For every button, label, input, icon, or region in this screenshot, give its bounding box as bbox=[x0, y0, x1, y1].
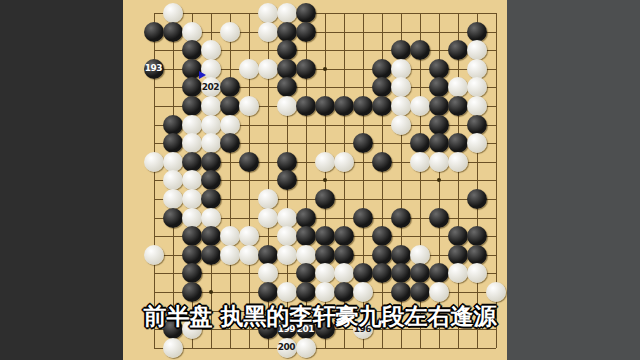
black-stone: 193 bbox=[144, 59, 164, 79]
white-stone bbox=[239, 59, 259, 79]
black-stone bbox=[182, 263, 202, 283]
white-stone bbox=[277, 245, 297, 265]
black-stone bbox=[163, 22, 183, 42]
black-stone bbox=[163, 208, 183, 228]
black-stone bbox=[201, 226, 221, 246]
black-stone bbox=[410, 133, 430, 153]
black-stone bbox=[163, 115, 183, 135]
white-stone bbox=[277, 96, 297, 116]
black-stone bbox=[353, 133, 373, 153]
black-stone bbox=[277, 22, 297, 42]
white-stone bbox=[182, 208, 202, 228]
white-stone bbox=[163, 152, 183, 172]
white-stone bbox=[296, 338, 316, 358]
white-stone bbox=[391, 115, 411, 135]
white-stone bbox=[201, 133, 221, 153]
white-stone bbox=[486, 282, 506, 302]
black-stone bbox=[315, 226, 335, 246]
black-stone bbox=[182, 245, 202, 265]
black-stone bbox=[467, 22, 487, 42]
black-stone bbox=[296, 22, 316, 42]
black-stone bbox=[429, 208, 449, 228]
black-stone bbox=[467, 245, 487, 265]
black-stone bbox=[467, 226, 487, 246]
white-stone bbox=[391, 96, 411, 116]
white-stone: 200 bbox=[277, 338, 297, 358]
white-stone bbox=[239, 96, 259, 116]
white-stone bbox=[277, 3, 297, 23]
white-stone bbox=[467, 263, 487, 283]
move-number-label: 202 bbox=[202, 83, 219, 92]
black-stone bbox=[334, 245, 354, 265]
black-stone bbox=[144, 22, 164, 42]
black-stone bbox=[448, 245, 468, 265]
black-stone bbox=[182, 226, 202, 246]
white-stone bbox=[467, 40, 487, 60]
white-stone bbox=[277, 282, 297, 302]
black-stone bbox=[220, 133, 240, 153]
white-stone bbox=[258, 263, 278, 283]
white-stone bbox=[315, 282, 335, 302]
grid-line-horizontal bbox=[154, 32, 496, 33]
black-stone bbox=[448, 226, 468, 246]
white-stone bbox=[201, 208, 221, 228]
black-stone bbox=[296, 3, 316, 23]
black-stone bbox=[239, 152, 259, 172]
black-stone bbox=[296, 96, 316, 116]
black-stone bbox=[296, 282, 316, 302]
black-stone bbox=[353, 208, 373, 228]
white-stone bbox=[182, 170, 202, 190]
black-stone bbox=[410, 282, 430, 302]
white-stone bbox=[182, 22, 202, 42]
black-stone bbox=[277, 170, 297, 190]
black-stone bbox=[315, 96, 335, 116]
white-stone bbox=[448, 77, 468, 97]
white-stone bbox=[144, 152, 164, 172]
white-stone bbox=[201, 96, 221, 116]
white-stone bbox=[429, 282, 449, 302]
black-stone bbox=[353, 96, 373, 116]
black-stone bbox=[372, 77, 392, 97]
black-stone bbox=[429, 115, 449, 135]
black-stone bbox=[372, 59, 392, 79]
star-point bbox=[437, 178, 441, 182]
black-stone bbox=[182, 152, 202, 172]
last-move-triangle-icon bbox=[199, 71, 206, 79]
white-stone bbox=[258, 208, 278, 228]
white-stone bbox=[334, 263, 354, 283]
black-stone bbox=[163, 133, 183, 153]
black-stone bbox=[467, 189, 487, 209]
white-stone bbox=[201, 40, 221, 60]
subtitle-caption: 前半盘 执黑的李轩豪九段左右逢源 bbox=[0, 301, 640, 332]
white-stone bbox=[201, 115, 221, 135]
white-stone bbox=[220, 22, 240, 42]
black-stone bbox=[334, 282, 354, 302]
white-stone bbox=[220, 115, 240, 135]
white-stone bbox=[163, 338, 183, 358]
black-stone bbox=[277, 59, 297, 79]
black-stone bbox=[372, 96, 392, 116]
black-stone bbox=[391, 245, 411, 265]
black-stone bbox=[315, 189, 335, 209]
black-stone bbox=[372, 245, 392, 265]
white-stone bbox=[410, 245, 430, 265]
black-stone bbox=[220, 77, 240, 97]
black-stone bbox=[391, 40, 411, 60]
white-stone bbox=[467, 96, 487, 116]
grid-line-horizontal bbox=[154, 348, 496, 349]
black-stone bbox=[277, 40, 297, 60]
star-point bbox=[323, 178, 327, 182]
white-stone bbox=[239, 226, 259, 246]
black-stone bbox=[315, 245, 335, 265]
black-stone bbox=[258, 282, 278, 302]
white-stone bbox=[163, 3, 183, 23]
black-stone bbox=[429, 133, 449, 153]
move-number-label: 200 bbox=[278, 343, 295, 352]
white-stone bbox=[163, 189, 183, 209]
star-point bbox=[209, 290, 213, 294]
white-stone bbox=[467, 77, 487, 97]
white-stone bbox=[220, 245, 240, 265]
black-stone bbox=[448, 96, 468, 116]
black-stone bbox=[182, 40, 202, 60]
white-stone bbox=[277, 208, 297, 228]
white-stone bbox=[258, 189, 278, 209]
black-stone bbox=[429, 59, 449, 79]
black-stone bbox=[296, 208, 316, 228]
black-stone bbox=[429, 77, 449, 97]
white-stone bbox=[258, 59, 278, 79]
black-stone bbox=[467, 115, 487, 135]
white-stone bbox=[410, 96, 430, 116]
white-stone bbox=[296, 245, 316, 265]
grid-line-horizontal bbox=[154, 13, 496, 14]
white-stone bbox=[258, 22, 278, 42]
black-stone bbox=[353, 263, 373, 283]
white-stone bbox=[239, 245, 259, 265]
black-stone bbox=[296, 59, 316, 79]
white-stone bbox=[220, 226, 240, 246]
white-stone bbox=[163, 170, 183, 190]
black-stone bbox=[372, 263, 392, 283]
white-stone bbox=[144, 245, 164, 265]
black-stone bbox=[410, 263, 430, 283]
move-number-label: 193 bbox=[145, 64, 162, 73]
white-stone bbox=[258, 3, 278, 23]
black-stone bbox=[277, 152, 297, 172]
white-stone bbox=[391, 59, 411, 79]
white-stone bbox=[182, 133, 202, 153]
black-stone bbox=[296, 226, 316, 246]
black-stone bbox=[201, 245, 221, 265]
white-stone bbox=[410, 152, 430, 172]
black-stone bbox=[182, 77, 202, 97]
white-stone bbox=[391, 77, 411, 97]
white-stone bbox=[315, 152, 335, 172]
white-stone: 202 bbox=[201, 77, 221, 97]
black-stone bbox=[391, 282, 411, 302]
white-stone bbox=[334, 152, 354, 172]
white-stone bbox=[448, 152, 468, 172]
star-point bbox=[323, 67, 327, 71]
black-stone bbox=[201, 170, 221, 190]
black-stone bbox=[429, 96, 449, 116]
white-stone bbox=[182, 115, 202, 135]
black-stone bbox=[201, 152, 221, 172]
black-stone bbox=[334, 96, 354, 116]
white-stone bbox=[353, 282, 373, 302]
black-stone bbox=[296, 263, 316, 283]
white-stone bbox=[467, 59, 487, 79]
white-stone bbox=[182, 189, 202, 209]
black-stone bbox=[220, 96, 240, 116]
black-stone bbox=[182, 282, 202, 302]
black-stone bbox=[372, 152, 392, 172]
black-stone bbox=[448, 133, 468, 153]
black-stone bbox=[334, 226, 354, 246]
black-stone bbox=[391, 208, 411, 228]
white-stone bbox=[429, 152, 449, 172]
black-stone bbox=[258, 245, 278, 265]
white-stone bbox=[277, 226, 297, 246]
black-stone bbox=[182, 96, 202, 116]
broadcast-frame: 193202199201196200 前半盘 执黑的李轩豪九段左右逢源 bbox=[0, 0, 640, 360]
white-stone bbox=[448, 263, 468, 283]
black-stone bbox=[391, 263, 411, 283]
white-stone bbox=[467, 133, 487, 153]
black-stone bbox=[201, 189, 221, 209]
black-stone bbox=[410, 40, 430, 60]
black-stone bbox=[448, 40, 468, 60]
black-stone bbox=[372, 226, 392, 246]
black-stone bbox=[429, 263, 449, 283]
white-stone bbox=[315, 263, 335, 283]
black-stone bbox=[277, 77, 297, 97]
